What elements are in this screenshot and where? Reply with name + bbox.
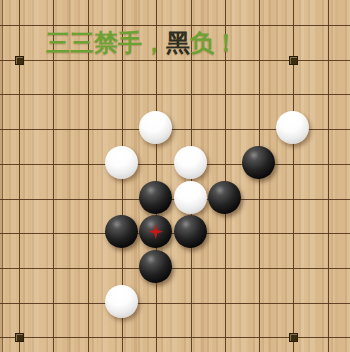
stone-black [174,215,207,248]
grid-vline [328,0,329,352]
stone-white [105,285,138,318]
grid-hline [0,303,350,304]
banner-text-black: 黑 [166,29,190,57]
stone-white [139,111,172,144]
stone-black [105,215,138,248]
star-point [15,56,24,65]
stone-black [139,181,172,214]
stone-white [105,146,138,179]
grid-vline [293,0,294,352]
grid-vline [19,0,20,352]
grid-hline [0,94,350,95]
banner-text-loses: 负！ [190,29,238,57]
stone-white [276,111,309,144]
board-left-edge [2,0,3,352]
stone-black [139,250,172,283]
game-window: 三三禁手，黑负！ [0,0,350,352]
forbidden-move-marker [148,224,163,239]
stone-black [208,181,241,214]
stone-black [139,215,172,248]
star-point [15,333,24,342]
grid-hline [0,268,350,269]
banner-text-rule: 三三禁手， [46,29,166,57]
star-point [289,333,298,342]
stone-white [174,181,207,214]
result-banner: 三三禁手，黑负！ [46,28,238,58]
stone-black [242,146,275,179]
star-point [289,56,298,65]
grid-hline [0,25,350,26]
stone-white [174,146,207,179]
